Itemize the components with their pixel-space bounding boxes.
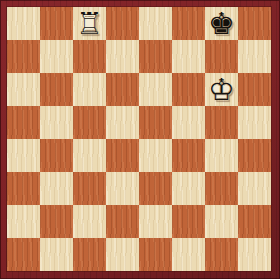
square-b5[interactable] — [40, 106, 73, 139]
square-g8[interactable]: ♚ — [205, 7, 238, 40]
square-a5[interactable] — [7, 106, 40, 139]
square-h6[interactable] — [238, 73, 271, 106]
square-g6[interactable]: ♚♔ — [205, 73, 238, 106]
square-d3[interactable] — [106, 172, 139, 205]
square-c1[interactable] — [73, 238, 106, 271]
square-h7[interactable] — [238, 40, 271, 73]
square-a6[interactable] — [7, 73, 40, 106]
square-c7[interactable] — [73, 40, 106, 73]
square-b6[interactable] — [40, 73, 73, 106]
square-f7[interactable] — [172, 40, 205, 73]
white-king[interactable]: ♚♔ — [205, 73, 238, 106]
square-f5[interactable] — [172, 106, 205, 139]
square-c5[interactable] — [73, 106, 106, 139]
square-g7[interactable] — [205, 40, 238, 73]
square-d8[interactable] — [106, 7, 139, 40]
square-e2[interactable] — [139, 205, 172, 238]
square-f4[interactable] — [172, 139, 205, 172]
white-rook[interactable]: ♜♖ — [73, 7, 106, 40]
square-g2[interactable] — [205, 205, 238, 238]
square-h3[interactable] — [238, 172, 271, 205]
square-h2[interactable] — [238, 205, 271, 238]
square-e4[interactable] — [139, 139, 172, 172]
square-h5[interactable] — [238, 106, 271, 139]
square-c3[interactable] — [73, 172, 106, 205]
square-b1[interactable] — [40, 238, 73, 271]
square-d4[interactable] — [106, 139, 139, 172]
square-e8[interactable] — [139, 7, 172, 40]
square-d6[interactable] — [106, 73, 139, 106]
square-a3[interactable] — [7, 172, 40, 205]
square-a4[interactable] — [7, 139, 40, 172]
square-h8[interactable] — [238, 7, 271, 40]
black-king[interactable]: ♚ — [205, 7, 238, 40]
square-f8[interactable] — [172, 7, 205, 40]
square-e6[interactable] — [139, 73, 172, 106]
square-e3[interactable] — [139, 172, 172, 205]
square-h4[interactable] — [238, 139, 271, 172]
square-d5[interactable] — [106, 106, 139, 139]
square-b8[interactable] — [40, 7, 73, 40]
square-d1[interactable] — [106, 238, 139, 271]
square-f2[interactable] — [172, 205, 205, 238]
square-c4[interactable] — [73, 139, 106, 172]
square-g1[interactable] — [205, 238, 238, 271]
square-b7[interactable] — [40, 40, 73, 73]
white-rook-outline-glyph: ♖ — [73, 7, 106, 40]
square-e7[interactable] — [139, 40, 172, 73]
square-e5[interactable] — [139, 106, 172, 139]
chess-board: ♜♖♚♚♔ — [7, 7, 271, 271]
square-a7[interactable] — [7, 40, 40, 73]
square-e1[interactable] — [139, 238, 172, 271]
square-b4[interactable] — [40, 139, 73, 172]
square-d2[interactable] — [106, 205, 139, 238]
white-king-outline-glyph: ♔ — [205, 73, 238, 106]
square-g4[interactable] — [205, 139, 238, 172]
square-h1[interactable] — [238, 238, 271, 271]
square-a8[interactable] — [7, 7, 40, 40]
square-f1[interactable] — [172, 238, 205, 271]
square-b3[interactable] — [40, 172, 73, 205]
square-c8[interactable]: ♜♖ — [73, 7, 106, 40]
black-king-glyph: ♚ — [205, 7, 238, 40]
square-d7[interactable] — [106, 40, 139, 73]
square-g3[interactable] — [205, 172, 238, 205]
square-c6[interactable] — [73, 73, 106, 106]
square-a2[interactable] — [7, 205, 40, 238]
square-c2[interactable] — [73, 205, 106, 238]
square-b2[interactable] — [40, 205, 73, 238]
square-f6[interactable] — [172, 73, 205, 106]
square-a1[interactable] — [7, 238, 40, 271]
square-g5[interactable] — [205, 106, 238, 139]
board-frame: ♜♖♚♚♔ — [0, 0, 280, 279]
square-f3[interactable] — [172, 172, 205, 205]
